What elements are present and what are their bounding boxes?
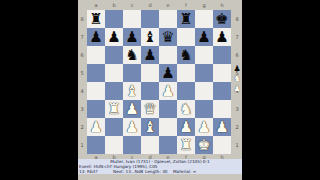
coord-label: h xyxy=(213,2,231,10)
coord-label: 7 xyxy=(233,28,241,46)
square-b5[interactable] xyxy=(105,64,123,82)
square-h4[interactable] xyxy=(213,82,231,100)
coord-label: 6 xyxy=(78,46,86,64)
piece-white-pawn: ♟ xyxy=(125,100,138,118)
coord-label: 1 xyxy=(78,136,86,154)
coord-label: f xyxy=(177,2,195,10)
square-c4[interactable]: ♝ xyxy=(123,82,141,100)
piece-white-bishop: ♝ xyxy=(143,118,156,136)
captured-white-knight: ♞ xyxy=(233,74,240,84)
square-b6[interactable] xyxy=(105,46,123,64)
piece-black-queen: ♛ xyxy=(161,28,174,46)
square-g3[interactable] xyxy=(195,100,213,118)
square-c8[interactable] xyxy=(123,10,141,28)
captured-white-pawn: ♟ xyxy=(233,84,240,94)
square-e3[interactable] xyxy=(159,100,177,118)
square-b7[interactable]: ♟ xyxy=(105,28,123,46)
square-b3[interactable]: ♜ xyxy=(105,100,123,118)
square-g1[interactable]: ♚ xyxy=(195,136,213,154)
square-b8[interactable] xyxy=(105,10,123,28)
coord-label: 2 xyxy=(78,118,86,136)
square-h1[interactable] xyxy=(213,136,231,154)
piece-black-king: ♚ xyxy=(215,10,228,28)
square-h3[interactable] xyxy=(213,100,231,118)
square-g2[interactable]: ♟ xyxy=(195,118,213,136)
piece-white-rook: ♜ xyxy=(107,100,120,118)
square-c5[interactable] xyxy=(123,64,141,82)
coord-label: 5 xyxy=(78,64,86,82)
square-a1[interactable] xyxy=(87,136,105,154)
square-f1[interactable]: ♜ xyxy=(177,136,195,154)
square-a7[interactable]: ♟ xyxy=(87,28,105,46)
coord-label: 6 xyxy=(233,46,241,64)
game-info-footer: Muller, Ivan (1731) - Oplevel, Zoltan (2… xyxy=(78,159,242,174)
coord-label: g xyxy=(195,2,213,10)
piece-white-pawn: ♟ xyxy=(197,118,210,136)
piece-white-pawn: ♟ xyxy=(161,82,174,100)
piece-black-rook: ♜ xyxy=(89,10,102,28)
captured-black-pawn: ♟ xyxy=(233,64,240,74)
chess-gui-frame: abcdefgh 87654321 87654321 ♜♜♚♟♟♟♝♛♟♟♞♟♞… xyxy=(0,0,320,180)
coord-label: 8 xyxy=(78,10,86,28)
square-f2[interactable]: ♟ xyxy=(177,118,195,136)
square-g7[interactable]: ♟ xyxy=(195,28,213,46)
piece-white-pawn: ♟ xyxy=(215,118,228,136)
current-move: 13. Rb3? xyxy=(79,169,113,174)
material-balance: Material: = xyxy=(173,169,196,174)
square-d2[interactable]: ♝ xyxy=(141,118,159,136)
square-d6[interactable]: ♟ xyxy=(141,46,159,64)
square-h8[interactable]: ♚ xyxy=(213,10,231,28)
coord-label: 2 xyxy=(233,118,241,136)
square-b4[interactable] xyxy=(105,82,123,100)
square-a8[interactable]: ♜ xyxy=(87,10,105,28)
piece-white-pawn: ♟ xyxy=(89,118,102,136)
piece-white-knight: ♞ xyxy=(179,100,192,118)
piece-white-king: ♚ xyxy=(197,136,210,154)
piece-black-rook: ♜ xyxy=(179,10,192,28)
piece-black-pawn: ♟ xyxy=(125,28,138,46)
piece-white-pawn: ♟ xyxy=(125,118,138,136)
square-f5[interactable] xyxy=(177,64,195,82)
square-a4[interactable] xyxy=(87,82,105,100)
square-d5[interactable] xyxy=(141,64,159,82)
square-e5[interactable]: ♟ xyxy=(159,64,177,82)
coord-label: 7 xyxy=(78,28,86,46)
coord-label: a xyxy=(87,2,105,10)
square-e8[interactable] xyxy=(159,10,177,28)
square-h5[interactable] xyxy=(213,64,231,82)
coord-label: 3 xyxy=(233,100,241,118)
rank-labels-left: 87654321 xyxy=(78,10,86,154)
square-c7[interactable]: ♟ xyxy=(123,28,141,46)
piece-white-rook: ♜ xyxy=(179,136,192,154)
square-b1[interactable] xyxy=(105,136,123,154)
coord-label: e xyxy=(159,2,177,10)
piece-black-knight: ♞ xyxy=(179,46,192,64)
piece-black-pawn: ♟ xyxy=(107,28,120,46)
piece-white-bishop: ♝ xyxy=(125,82,138,100)
square-f4[interactable] xyxy=(177,82,195,100)
square-d8[interactable] xyxy=(141,10,159,28)
square-g8[interactable] xyxy=(195,10,213,28)
square-c1[interactable] xyxy=(123,136,141,154)
square-g4[interactable] xyxy=(195,82,213,100)
square-a3[interactable] xyxy=(87,100,105,118)
square-d3[interactable]: ♛ xyxy=(141,100,159,118)
piece-black-bishop: ♝ xyxy=(143,28,156,46)
square-f7[interactable] xyxy=(177,28,195,46)
square-c2[interactable]: ♟ xyxy=(123,118,141,136)
coord-label: c xyxy=(123,2,141,10)
piece-white-queen: ♛ xyxy=(143,100,156,118)
square-d1[interactable] xyxy=(141,136,159,154)
letterbox-left xyxy=(0,0,78,180)
piece-black-pawn: ♟ xyxy=(143,46,156,64)
coord-label: b xyxy=(105,2,123,10)
chess-board: ♜♜♚♟♟♟♝♛♟♟♞♟♞♟♝♟♜♟♛♞♟♟♝♟♟♟♜♚ xyxy=(87,10,231,154)
coord-label: d xyxy=(141,2,159,10)
square-e7[interactable]: ♛ xyxy=(159,28,177,46)
game-length: Length: 30 xyxy=(145,169,173,174)
square-c6[interactable]: ♞ xyxy=(123,46,141,64)
square-a5[interactable] xyxy=(87,64,105,82)
square-h7[interactable]: ♟ xyxy=(213,28,231,46)
piece-black-pawn: ♟ xyxy=(89,28,102,46)
file-labels-top: abcdefgh xyxy=(87,2,231,10)
coord-label: 8 xyxy=(233,10,241,28)
square-e4[interactable]: ♟ xyxy=(159,82,177,100)
square-c3[interactable]: ♟ xyxy=(123,100,141,118)
piece-black-knight: ♞ xyxy=(125,46,138,64)
piece-black-pawn: ♟ xyxy=(215,28,228,46)
captured-pieces-tray: ♟♞♟ xyxy=(232,64,242,94)
square-e1[interactable] xyxy=(159,136,177,154)
square-d4[interactable] xyxy=(141,82,159,100)
square-f6[interactable]: ♞ xyxy=(177,46,195,64)
square-b2[interactable] xyxy=(105,118,123,136)
square-a6[interactable] xyxy=(87,46,105,64)
piece-black-pawn: ♟ xyxy=(197,28,210,46)
piece-white-pawn: ♟ xyxy=(179,118,192,136)
coord-label: 4 xyxy=(78,82,86,100)
letterbox-right xyxy=(242,0,320,180)
square-h2[interactable]: ♟ xyxy=(213,118,231,136)
coord-label: 3 xyxy=(78,100,86,118)
square-e6[interactable] xyxy=(159,46,177,64)
board-panel: abcdefgh 87654321 87654321 ♜♜♚♟♟♟♝♛♟♟♞♟♞… xyxy=(78,0,242,180)
square-e2[interactable] xyxy=(159,118,177,136)
square-a2[interactable]: ♟ xyxy=(87,118,105,136)
square-f3[interactable]: ♞ xyxy=(177,100,195,118)
move-status-line: 13. Rb3? Next: 13...Nd8 Length: 30 Mater… xyxy=(78,169,242,174)
square-g5[interactable] xyxy=(195,64,213,82)
piece-black-pawn: ♟ xyxy=(161,64,174,82)
coord-label: 1 xyxy=(233,136,241,154)
square-f8[interactable]: ♜ xyxy=(177,10,195,28)
square-g6[interactable] xyxy=(195,46,213,64)
next-move: Next: 13...Nd8 xyxy=(113,169,145,174)
square-d7[interactable]: ♝ xyxy=(141,28,159,46)
square-h6[interactable] xyxy=(213,46,231,64)
